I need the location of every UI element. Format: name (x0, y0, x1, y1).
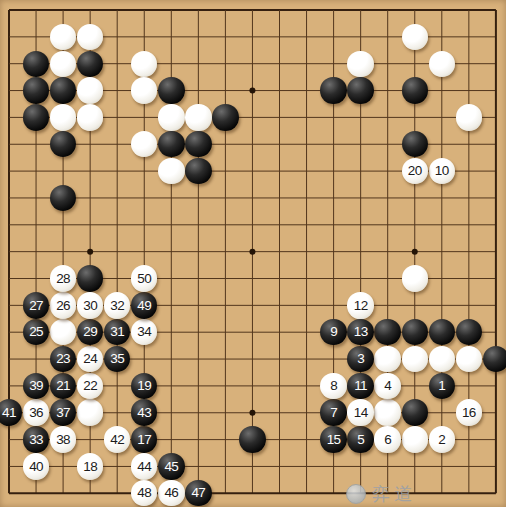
stone-white-move-38: 38 (50, 426, 76, 452)
move-number-label: 33 (29, 433, 43, 447)
stones-layer: 1234567891011121314151617181920212223242… (0, 0, 506, 507)
go-board-diagram: 1234567891011121314151617181920212223242… (0, 0, 506, 507)
stone-white (158, 104, 184, 130)
stone-white (50, 319, 76, 345)
move-number-label: 37 (56, 406, 70, 420)
stone-white (77, 77, 103, 103)
stone-white-move-42: 42 (104, 426, 130, 452)
move-number-label: 40 (29, 460, 43, 474)
stone-black-move-35: 35 (104, 346, 130, 372)
stone-white-move-20: 20 (402, 158, 428, 184)
stone-white-move-6: 6 (374, 426, 400, 452)
move-number-label: 13 (354, 325, 368, 339)
stone-black (402, 319, 428, 345)
stone-white (131, 131, 157, 157)
stone-white-move-10: 10 (429, 158, 455, 184)
watermark: 弈道 (346, 482, 416, 506)
stone-white (347, 51, 373, 77)
move-number-label: 9 (330, 325, 337, 339)
stone-black (429, 319, 455, 345)
stone-black (23, 104, 49, 130)
move-number-label: 39 (29, 379, 43, 393)
stone-white-move-30: 30 (77, 292, 103, 318)
stone-black (483, 346, 506, 372)
stone-black (347, 77, 373, 103)
move-number-label: 20 (408, 164, 422, 178)
move-number-label: 49 (137, 299, 151, 313)
stone-white-move-48: 48 (131, 480, 157, 506)
stone-white (50, 51, 76, 77)
move-number-label: 50 (137, 272, 151, 286)
move-number-label: 28 (56, 272, 70, 286)
stone-white (77, 24, 103, 50)
move-number-label: 25 (29, 325, 43, 339)
stone-black-move-19: 19 (131, 373, 157, 399)
move-number-label: 32 (110, 299, 124, 313)
stone-white-move-36: 36 (23, 399, 49, 425)
stone-black-move-17: 17 (131, 426, 157, 452)
stone-black (212, 104, 238, 130)
stone-black (185, 131, 211, 157)
watermark-text: 弈道 (372, 482, 416, 506)
stone-white (131, 51, 157, 77)
stone-black (23, 77, 49, 103)
stone-black-move-15: 15 (320, 426, 346, 452)
stone-white (50, 24, 76, 50)
move-number-label: 11 (354, 379, 367, 393)
stone-black (50, 77, 76, 103)
stone-white (131, 77, 157, 103)
stone-white (77, 399, 103, 425)
move-number-label: 38 (56, 433, 70, 447)
stone-black (50, 185, 76, 211)
stone-white-move-18: 18 (77, 453, 103, 479)
stone-black (239, 426, 265, 452)
stone-white (402, 426, 428, 452)
stone-black-move-27: 27 (23, 292, 49, 318)
move-number-label: 35 (110, 352, 124, 366)
stone-black (374, 319, 400, 345)
stone-white-move-2: 2 (429, 426, 455, 452)
stone-white (429, 51, 455, 77)
move-number-label: 18 (83, 460, 97, 474)
move-number-label: 16 (462, 406, 476, 420)
stone-white (374, 399, 400, 425)
move-number-label: 43 (137, 406, 151, 420)
stone-white (456, 104, 482, 130)
move-number-label: 36 (29, 406, 43, 420)
stone-white-move-4: 4 (374, 373, 400, 399)
move-number-label: 10 (435, 164, 449, 178)
stone-black (402, 399, 428, 425)
stone-white (185, 104, 211, 130)
stone-white-move-32: 32 (104, 292, 130, 318)
stone-white-move-28: 28 (50, 265, 76, 291)
stone-white-move-12: 12 (347, 292, 373, 318)
move-number-label: 27 (29, 299, 43, 313)
stone-black-move-47: 47 (185, 480, 211, 506)
move-number-label: 6 (384, 433, 391, 447)
stone-black-move-3: 3 (347, 346, 373, 372)
stone-black (402, 77, 428, 103)
stone-black-move-43: 43 (131, 399, 157, 425)
move-number-label: 31 (110, 325, 124, 339)
stone-black-move-13: 13 (347, 319, 373, 345)
stone-black-move-41: 41 (0, 399, 22, 425)
move-number-label: 1 (438, 379, 445, 393)
move-number-label: 48 (137, 486, 151, 500)
move-number-label: 12 (354, 299, 368, 313)
move-number-label: 44 (137, 460, 151, 474)
stone-white (50, 104, 76, 130)
move-number-label: 30 (83, 299, 97, 313)
stone-white (402, 265, 428, 291)
stone-black (185, 158, 211, 184)
stone-black-move-29: 29 (77, 319, 103, 345)
stone-black (158, 77, 184, 103)
stone-black-move-11: 11 (347, 373, 373, 399)
move-number-label: 22 (83, 379, 97, 393)
stone-black (456, 319, 482, 345)
stone-black-move-25: 25 (23, 319, 49, 345)
move-number-label: 21 (56, 379, 70, 393)
move-number-label: 26 (56, 299, 70, 313)
stone-black (50, 131, 76, 157)
stone-white-move-22: 22 (77, 373, 103, 399)
move-number-label: 46 (164, 486, 178, 500)
stone-white (456, 346, 482, 372)
move-number-label: 2 (438, 433, 445, 447)
stone-black (23, 51, 49, 77)
move-number-label: 34 (137, 325, 151, 339)
stone-black-move-49: 49 (131, 292, 157, 318)
stone-white-move-24: 24 (77, 346, 103, 372)
stone-black-move-23: 23 (50, 346, 76, 372)
stone-white (77, 104, 103, 130)
move-number-label: 45 (164, 460, 178, 474)
move-number-label: 47 (191, 486, 205, 500)
stone-white-move-50: 50 (131, 265, 157, 291)
move-number-label: 41 (2, 406, 16, 420)
move-number-label: 15 (327, 433, 341, 447)
move-number-label: 42 (110, 433, 124, 447)
stone-white (158, 158, 184, 184)
stone-white (374, 346, 400, 372)
stone-white-move-46: 46 (158, 480, 184, 506)
move-number-label: 7 (330, 406, 337, 420)
move-number-label: 24 (83, 352, 97, 366)
stone-white-move-16: 16 (456, 399, 482, 425)
move-number-label: 23 (56, 352, 70, 366)
stone-black-move-7: 7 (320, 399, 346, 425)
stone-black-move-9: 9 (320, 319, 346, 345)
stone-black-move-21: 21 (50, 373, 76, 399)
stone-black (158, 131, 184, 157)
move-number-label: 3 (357, 352, 364, 366)
stone-white (402, 346, 428, 372)
stone-black-move-37: 37 (50, 399, 76, 425)
move-number-label: 8 (330, 379, 337, 393)
move-number-label: 19 (137, 379, 151, 393)
move-number-label: 5 (357, 433, 364, 447)
stone-black (320, 77, 346, 103)
move-number-label: 4 (384, 379, 391, 393)
stone-white (429, 346, 455, 372)
stone-white (402, 24, 428, 50)
stone-white-move-40: 40 (23, 453, 49, 479)
stone-white-move-26: 26 (50, 292, 76, 318)
stone-black (77, 265, 103, 291)
stone-black-move-39: 39 (23, 373, 49, 399)
stone-black-move-31: 31 (104, 319, 130, 345)
stone-white-move-8: 8 (320, 373, 346, 399)
stone-black-move-5: 5 (347, 426, 373, 452)
stone-black-move-45: 45 (158, 453, 184, 479)
stone-black (77, 51, 103, 77)
stone-black-move-1: 1 (429, 373, 455, 399)
move-number-label: 14 (354, 406, 368, 420)
stone-white-move-34: 34 (131, 319, 157, 345)
stone-white-move-14: 14 (347, 399, 373, 425)
move-number-label: 17 (137, 433, 151, 447)
stone-black-move-33: 33 (23, 426, 49, 452)
watermark-logo-icon (346, 484, 366, 504)
stone-black (402, 131, 428, 157)
stone-white-move-44: 44 (131, 453, 157, 479)
move-number-label: 29 (83, 325, 97, 339)
